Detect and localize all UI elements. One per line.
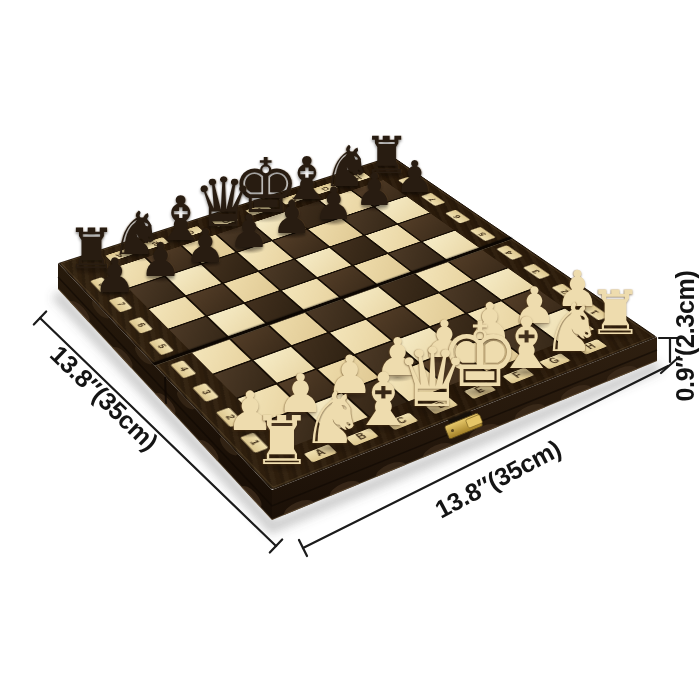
product-photo-scene: ABCDEFGH ABCDEFGH 87654321 87654321 ♜♞♝♛… <box>0 0 700 700</box>
dimension-line-bottom <box>299 357 679 556</box>
dimension-thickness-right: 0.9″(2.3cm) <box>671 271 700 402</box>
dimension-lines <box>0 0 700 700</box>
